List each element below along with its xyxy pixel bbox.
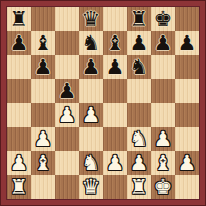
- square-a7[interactable]: ♟: [7, 31, 31, 55]
- square-e8[interactable]: [103, 7, 127, 31]
- white-knight-d2[interactable]: ♞: [82, 151, 101, 175]
- square-a1[interactable]: ♜: [7, 175, 31, 199]
- white-bishop-b2[interactable]: ♝: [34, 151, 53, 175]
- square-c1[interactable]: [55, 175, 79, 199]
- black-king-g8[interactable]: ♚: [154, 7, 173, 31]
- white-bishop-g2[interactable]: ♝: [154, 151, 173, 175]
- white-king-g1[interactable]: ♚: [154, 175, 173, 199]
- square-c6[interactable]: [55, 55, 79, 79]
- square-e2[interactable]: ♟: [103, 151, 127, 175]
- square-d1[interactable]: ♛: [79, 175, 103, 199]
- square-d8[interactable]: ♛: [79, 7, 103, 31]
- square-h2[interactable]: ♟: [175, 151, 199, 175]
- square-g3[interactable]: ♟: [151, 127, 175, 151]
- square-e3[interactable]: [103, 127, 127, 151]
- square-e4[interactable]: [103, 103, 127, 127]
- white-knight-f3[interactable]: ♞: [130, 127, 149, 151]
- black-pawn-h7[interactable]: ♟: [178, 31, 197, 55]
- square-h8[interactable]: [175, 7, 199, 31]
- square-d4[interactable]: ♟: [79, 103, 103, 127]
- square-a6[interactable]: [7, 55, 31, 79]
- square-g5[interactable]: [151, 79, 175, 103]
- square-c2[interactable]: [55, 151, 79, 175]
- square-e1[interactable]: [103, 175, 127, 199]
- square-h6[interactable]: [175, 55, 199, 79]
- white-pawn-b3[interactable]: ♟: [34, 127, 53, 151]
- square-h5[interactable]: [175, 79, 199, 103]
- black-bishop-b7[interactable]: ♝: [34, 31, 53, 55]
- white-rook-a1[interactable]: ♜: [10, 175, 29, 199]
- white-pawn-d4[interactable]: ♟: [82, 103, 101, 127]
- square-e7[interactable]: ♝: [103, 31, 127, 55]
- black-queen-d8[interactable]: ♛: [82, 7, 101, 31]
- white-queen-d1[interactable]: ♛: [82, 175, 101, 199]
- square-c5[interactable]: ♟: [55, 79, 79, 103]
- square-h3[interactable]: [175, 127, 199, 151]
- black-knight-f6[interactable]: ♞: [130, 55, 149, 79]
- square-b5[interactable]: [31, 79, 55, 103]
- chess-board: ♜♛♜♚♟♝♞♝♟♟♟♟♟♟♞♟♟♟♟♞♟♟♝♞♟♟♝♟♜♛♜♚: [7, 7, 199, 199]
- black-pawn-f7[interactable]: ♟: [130, 31, 149, 55]
- white-pawn-c4[interactable]: ♟: [58, 103, 77, 127]
- square-b7[interactable]: ♝: [31, 31, 55, 55]
- square-f6[interactable]: ♞: [127, 55, 151, 79]
- square-f8[interactable]: ♜: [127, 7, 151, 31]
- white-pawn-g3[interactable]: ♟: [154, 127, 173, 151]
- black-knight-d7[interactable]: ♞: [82, 31, 101, 55]
- square-d2[interactable]: ♞: [79, 151, 103, 175]
- square-a8[interactable]: ♜: [7, 7, 31, 31]
- square-a4[interactable]: [7, 103, 31, 127]
- square-h4[interactable]: [175, 103, 199, 127]
- square-e6[interactable]: ♟: [103, 55, 127, 79]
- white-pawn-f2[interactable]: ♟: [130, 151, 149, 175]
- square-c3[interactable]: [55, 127, 79, 151]
- square-a5[interactable]: [7, 79, 31, 103]
- square-d7[interactable]: ♞: [79, 31, 103, 55]
- square-h7[interactable]: ♟: [175, 31, 199, 55]
- square-f7[interactable]: ♟: [127, 31, 151, 55]
- square-f5[interactable]: [127, 79, 151, 103]
- square-b2[interactable]: ♝: [31, 151, 55, 175]
- chess-diagram: ♜♛♜♚♟♝♞♝♟♟♟♟♟♟♞♟♟♟♟♞♟♟♝♞♟♟♝♟♜♛♜♚: [0, 0, 206, 206]
- square-f2[interactable]: ♟: [127, 151, 151, 175]
- black-rook-a8[interactable]: ♜: [10, 7, 29, 31]
- square-g7[interactable]: ♟: [151, 31, 175, 55]
- black-pawn-d6[interactable]: ♟: [82, 55, 101, 79]
- white-pawn-a2[interactable]: ♟: [10, 151, 29, 175]
- black-pawn-e6[interactable]: ♟: [106, 55, 125, 79]
- square-f1[interactable]: ♜: [127, 175, 151, 199]
- square-b1[interactable]: [31, 175, 55, 199]
- square-g2[interactable]: ♝: [151, 151, 175, 175]
- square-b6[interactable]: ♟: [31, 55, 55, 79]
- white-rook-f1[interactable]: ♜: [130, 175, 149, 199]
- square-d3[interactable]: [79, 127, 103, 151]
- square-g8[interactable]: ♚: [151, 7, 175, 31]
- square-a3[interactable]: [7, 127, 31, 151]
- black-rook-f8[interactable]: ♜: [130, 7, 149, 31]
- black-pawn-b6[interactable]: ♟: [34, 55, 53, 79]
- square-e5[interactable]: [103, 79, 127, 103]
- white-pawn-e2[interactable]: ♟: [106, 151, 125, 175]
- square-c7[interactable]: [55, 31, 79, 55]
- square-d6[interactable]: ♟: [79, 55, 103, 79]
- square-d5[interactable]: [79, 79, 103, 103]
- square-h1[interactable]: [175, 175, 199, 199]
- square-c4[interactable]: ♟: [55, 103, 79, 127]
- square-f4[interactable]: [127, 103, 151, 127]
- black-pawn-c5[interactable]: ♟: [58, 79, 77, 103]
- square-g6[interactable]: [151, 55, 175, 79]
- black-pawn-g7[interactable]: ♟: [154, 31, 173, 55]
- square-b3[interactable]: ♟: [31, 127, 55, 151]
- square-g4[interactable]: [151, 103, 175, 127]
- black-bishop-e7[interactable]: ♝: [106, 31, 125, 55]
- square-a2[interactable]: ♟: [7, 151, 31, 175]
- square-b4[interactable]: [31, 103, 55, 127]
- square-f3[interactable]: ♞: [127, 127, 151, 151]
- square-b8[interactable]: [31, 7, 55, 31]
- square-g1[interactable]: ♚: [151, 175, 175, 199]
- white-pawn-h2[interactable]: ♟: [178, 151, 197, 175]
- black-pawn-a7[interactable]: ♟: [10, 31, 29, 55]
- square-c8[interactable]: [55, 7, 79, 31]
